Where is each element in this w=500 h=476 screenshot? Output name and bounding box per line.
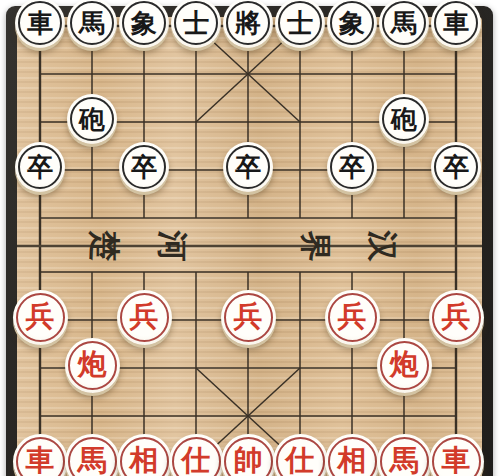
- piece-character: 卒: [443, 154, 469, 181]
- piece-character: 馬: [390, 446, 419, 476]
- piece-red-soldier[interactable]: 兵: [13, 290, 68, 345]
- piece-character: 車: [27, 10, 53, 37]
- piece-character: 相: [130, 446, 159, 476]
- piece-black-elephant[interactable]: 象: [119, 0, 169, 48]
- board-frame: [6, 6, 493, 476]
- piece-black-chariot[interactable]: 車: [431, 0, 481, 48]
- piece-character: 象: [131, 10, 157, 37]
- piece-black-cannon[interactable]: 砲: [67, 94, 117, 144]
- piece-character: 兵: [234, 302, 263, 332]
- piece-black-soldier[interactable]: 卒: [431, 142, 481, 192]
- piece-black-advisor[interactable]: 士: [275, 0, 325, 48]
- piece-character: 仕: [182, 446, 211, 476]
- piece-character: 馬: [78, 446, 107, 476]
- piece-red-soldier[interactable]: 兵: [117, 290, 172, 345]
- piece-character: 兵: [130, 302, 159, 332]
- piece-character: 車: [442, 446, 471, 476]
- piece-character: 兵: [442, 302, 471, 332]
- piece-character: 炮: [390, 350, 419, 380]
- piece-black-horse[interactable]: 馬: [379, 0, 429, 48]
- piece-red-cannon[interactable]: 炮: [65, 338, 120, 393]
- piece-character: 卒: [27, 154, 53, 181]
- piece-red-soldier[interactable]: 兵: [429, 290, 484, 345]
- piece-character: 相: [338, 446, 367, 476]
- piece-character: 車: [26, 446, 55, 476]
- piece-character: 車: [443, 10, 469, 37]
- piece-character: 炮: [78, 350, 107, 380]
- piece-black-cannon[interactable]: 砲: [379, 94, 429, 144]
- piece-character: 砲: [391, 106, 417, 133]
- piece-black-soldier[interactable]: 卒: [119, 142, 169, 192]
- piece-black-soldier[interactable]: 卒: [15, 142, 65, 192]
- river-label-jie: 界: [300, 231, 331, 262]
- piece-character: 卒: [235, 154, 261, 181]
- piece-black-elephant[interactable]: 象: [327, 0, 377, 48]
- piece-character: 仕: [286, 446, 315, 476]
- piece-character: 將: [235, 10, 261, 37]
- piece-black-advisor[interactable]: 士: [171, 0, 221, 48]
- piece-black-general[interactable]: 將: [223, 0, 273, 48]
- piece-red-cannon[interactable]: 炮: [377, 338, 432, 393]
- piece-red-soldier[interactable]: 兵: [221, 290, 276, 345]
- piece-character: 砲: [79, 106, 105, 133]
- piece-black-horse[interactable]: 馬: [67, 0, 117, 48]
- piece-character: 兵: [338, 302, 367, 332]
- piece-character: 馬: [391, 10, 417, 37]
- piece-character: 帥: [234, 446, 263, 476]
- piece-character: 卒: [131, 154, 157, 181]
- piece-black-chariot[interactable]: 車: [15, 0, 65, 48]
- piece-black-soldier[interactable]: 卒: [223, 142, 273, 192]
- river-label-han: 汉: [367, 231, 398, 262]
- piece-character: 卒: [339, 154, 365, 181]
- piece-character: 象: [339, 10, 365, 37]
- piece-character: 馬: [79, 10, 105, 37]
- piece-red-soldier[interactable]: 兵: [325, 290, 380, 345]
- photo-stage: 楚 河 界 汉 車馬象士將士象馬車砲砲卒卒卒卒卒兵兵兵兵兵炮炮車馬相仕帥仕相馬車: [0, 0, 500, 476]
- river-label-chu: 楚: [89, 231, 120, 262]
- river-label-he: 河: [157, 231, 188, 262]
- piece-character: 士: [183, 10, 209, 37]
- piece-black-soldier[interactable]: 卒: [327, 142, 377, 192]
- piece-character: 兵: [26, 302, 55, 332]
- piece-character: 士: [287, 10, 313, 37]
